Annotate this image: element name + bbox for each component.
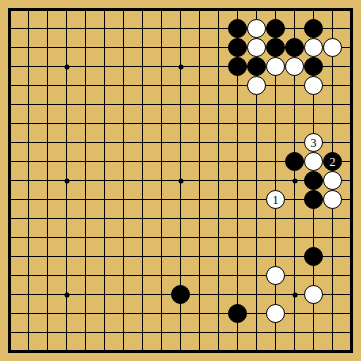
stone-white[interactable] [266, 266, 285, 285]
stone-black[interactable] [285, 38, 304, 57]
star-point [178, 64, 183, 69]
stone-black[interactable] [304, 19, 323, 38]
stone-white[interactable] [285, 57, 304, 76]
stone-white[interactable] [247, 19, 266, 38]
stone-white[interactable] [304, 38, 323, 57]
stone-black[interactable] [266, 38, 285, 57]
star-point [178, 178, 183, 183]
stone-white[interactable] [247, 38, 266, 57]
star-point [292, 178, 297, 183]
move-1-stone-white[interactable]: 1 [266, 190, 285, 209]
stone-black[interactable] [304, 190, 323, 209]
go-board[interactable]: 321 [0, 0, 361, 361]
move-2-stone-black[interactable]: 2 [323, 152, 342, 171]
stone-black[interactable] [285, 152, 304, 171]
go-diagram: 321 [0, 0, 361, 361]
stone-black[interactable] [304, 247, 323, 266]
move-number: 2 [330, 156, 336, 168]
stone-white[interactable] [323, 38, 342, 57]
stone-white[interactable] [266, 304, 285, 323]
move-number: 3 [311, 137, 317, 149]
stone-black[interactable] [228, 19, 247, 38]
stone-black[interactable] [171, 285, 190, 304]
stone-black[interactable] [304, 57, 323, 76]
star-point [64, 178, 69, 183]
star-point [64, 64, 69, 69]
stone-white[interactable] [304, 152, 323, 171]
stone-black[interactable] [228, 57, 247, 76]
stone-white[interactable] [323, 190, 342, 209]
stone-white[interactable] [247, 76, 266, 95]
stone-black[interactable] [266, 19, 285, 38]
stone-black[interactable] [228, 304, 247, 323]
stone-black[interactable] [228, 38, 247, 57]
star-point [64, 292, 69, 297]
stone-white[interactable] [304, 285, 323, 304]
stone-white[interactable] [323, 171, 342, 190]
star-point [292, 292, 297, 297]
move-number: 1 [273, 194, 279, 206]
stone-black[interactable] [304, 171, 323, 190]
move-3-stone-white[interactable]: 3 [304, 133, 323, 152]
stone-black[interactable] [247, 57, 266, 76]
stone-white[interactable] [266, 57, 285, 76]
stone-white[interactable] [304, 76, 323, 95]
